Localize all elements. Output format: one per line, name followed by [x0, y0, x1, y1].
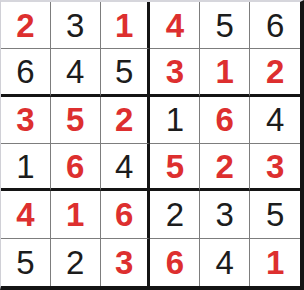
sudoku-cell-r3c2[interactable]: 5 — [51, 97, 101, 144]
sudoku-cell-r6c4[interactable]: 6 — [150, 239, 200, 286]
sudoku-board: 2 3 1 4 5 6 6 4 5 3 1 2 3 5 2 1 6 4 1 6 … — [0, 0, 304, 290]
sudoku-cell-r2c2[interactable]: 4 — [51, 49, 101, 96]
sudoku-cell-r4c4[interactable]: 5 — [150, 144, 200, 191]
sudoku-cell-r1c4[interactable]: 4 — [150, 2, 200, 49]
sudoku-cell-r3c5[interactable]: 6 — [200, 97, 250, 144]
sudoku-cell-r5c3[interactable]: 6 — [101, 191, 151, 238]
sudoku-cell-r4c1[interactable]: 1 — [1, 144, 51, 191]
sudoku-cell-r4c6[interactable]: 3 — [250, 144, 300, 191]
sudoku-cell-r2c1[interactable]: 6 — [1, 49, 51, 96]
sudoku-cell-r3c1[interactable]: 3 — [1, 97, 51, 144]
sudoku-cell-r1c2[interactable]: 3 — [51, 2, 101, 49]
sudoku-cell-r2c6[interactable]: 2 — [250, 49, 300, 96]
sudoku-cell-r4c2[interactable]: 6 — [51, 144, 101, 191]
sudoku-cell-r5c1[interactable]: 4 — [1, 191, 51, 238]
sudoku-cell-r3c3[interactable]: 2 — [101, 97, 151, 144]
sudoku-cell-r5c5[interactable]: 3 — [200, 191, 250, 238]
sudoku-cell-r5c4[interactable]: 2 — [150, 191, 200, 238]
sudoku-cell-r5c2[interactable]: 1 — [51, 191, 101, 238]
sudoku-cell-r2c3[interactable]: 5 — [101, 49, 151, 96]
sudoku-cell-r4c5[interactable]: 2 — [200, 144, 250, 191]
sudoku-cell-r1c6[interactable]: 6 — [250, 2, 300, 49]
sudoku-cell-r6c5[interactable]: 4 — [200, 239, 250, 286]
sudoku-cell-r6c6[interactable]: 1 — [250, 239, 300, 286]
sudoku-cell-r1c3[interactable]: 1 — [101, 2, 151, 49]
sudoku-cell-r1c1[interactable]: 2 — [1, 2, 51, 49]
sudoku-cell-r2c4[interactable]: 3 — [150, 49, 200, 96]
sudoku-cell-r6c1[interactable]: 5 — [1, 239, 51, 286]
sudoku-cell-r6c3[interactable]: 3 — [101, 239, 151, 286]
sudoku-cell-r4c3[interactable]: 4 — [101, 144, 151, 191]
sudoku-cell-r3c6[interactable]: 4 — [250, 97, 300, 144]
sudoku-cell-r1c5[interactable]: 5 — [200, 2, 250, 49]
sudoku-cell-r6c2[interactable]: 2 — [51, 239, 101, 286]
sudoku-cell-r2c5[interactable]: 1 — [200, 49, 250, 96]
sudoku-cell-r3c4[interactable]: 1 — [150, 97, 200, 144]
sudoku-cell-r5c6[interactable]: 5 — [250, 191, 300, 238]
